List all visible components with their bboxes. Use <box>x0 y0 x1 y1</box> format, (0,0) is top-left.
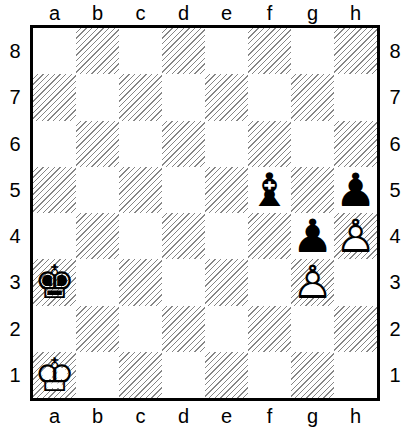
rank-labels-left: 87654321 <box>0 25 30 401</box>
file-label-top-d: d <box>162 3 205 23</box>
square-g3[interactable]: ♟♙ <box>291 259 334 305</box>
rank-label-left-8: 8 <box>9 41 20 61</box>
piece-outline: ♔ <box>33 352 76 398</box>
file-label-bottom-h: h <box>334 406 377 426</box>
piece-outline: ♙ <box>334 213 377 259</box>
rank-label-right-4: 4 <box>389 226 400 246</box>
square-g1[interactable] <box>291 352 334 398</box>
square-c5[interactable] <box>119 167 162 213</box>
square-e6[interactable] <box>205 121 248 167</box>
square-f4[interactable] <box>248 213 291 259</box>
square-h8[interactable] <box>334 28 377 74</box>
file-label-bottom-d: d <box>162 406 205 426</box>
file-label-bottom-b: b <box>76 406 119 426</box>
square-b5[interactable] <box>76 167 119 213</box>
square-b3[interactable] <box>76 259 119 305</box>
piece-outline: ♙ <box>291 259 334 305</box>
square-f5[interactable]: ♝ <box>248 167 291 213</box>
rank-label-right-8: 8 <box>389 41 400 61</box>
square-b2[interactable] <box>76 306 119 352</box>
square-b4[interactable] <box>76 213 119 259</box>
square-c1[interactable] <box>119 352 162 398</box>
file-label-bottom-g: g <box>291 406 334 426</box>
square-e1[interactable] <box>205 352 248 398</box>
square-c2[interactable] <box>119 306 162 352</box>
square-h6[interactable] <box>334 121 377 167</box>
square-d4[interactable] <box>162 213 205 259</box>
rank-label-left-2: 2 <box>9 319 20 339</box>
rank-label-left-4: 4 <box>9 226 20 246</box>
file-label-top-a: a <box>33 3 76 23</box>
square-g8[interactable] <box>291 28 334 74</box>
square-e3[interactable] <box>205 259 248 305</box>
square-c7[interactable] <box>119 74 162 120</box>
square-b8[interactable] <box>76 28 119 74</box>
square-d7[interactable] <box>162 74 205 120</box>
rank-labels-right: 87654321 <box>380 25 410 401</box>
file-label-top-g: g <box>291 3 334 23</box>
square-f7[interactable] <box>248 74 291 120</box>
square-f3[interactable] <box>248 259 291 305</box>
file-label-top-b: b <box>76 3 119 23</box>
square-b1[interactable] <box>76 352 119 398</box>
square-e5[interactable] <box>205 167 248 213</box>
piece-black-pawn[interactable]: ♟ <box>334 167 377 213</box>
rank-label-left-5: 5 <box>9 180 20 200</box>
square-f2[interactable] <box>248 306 291 352</box>
square-b6[interactable] <box>76 121 119 167</box>
square-g7[interactable] <box>291 74 334 120</box>
square-d8[interactable] <box>162 28 205 74</box>
square-c6[interactable] <box>119 121 162 167</box>
file-label-bottom-e: e <box>205 406 248 426</box>
square-d6[interactable] <box>162 121 205 167</box>
square-e2[interactable] <box>205 306 248 352</box>
file-label-bottom-f: f <box>248 406 291 426</box>
piece-white-king[interactable]: ♚♔ <box>33 352 76 398</box>
square-g4[interactable]: ♟ <box>291 213 334 259</box>
file-label-top-e: e <box>205 3 248 23</box>
square-b7[interactable] <box>76 74 119 120</box>
square-g2[interactable] <box>291 306 334 352</box>
rank-label-left-7: 7 <box>9 87 20 107</box>
rank-label-right-3: 3 <box>389 272 400 292</box>
square-h2[interactable] <box>334 306 377 352</box>
square-d2[interactable] <box>162 306 205 352</box>
square-f6[interactable] <box>248 121 291 167</box>
file-label-bottom-a: a <box>33 406 76 426</box>
square-a2[interactable] <box>33 306 76 352</box>
file-label-top-h: h <box>334 3 377 23</box>
square-a3[interactable]: ♚ <box>33 259 76 305</box>
rank-label-right-6: 6 <box>389 134 400 154</box>
rank-label-left-6: 6 <box>9 134 20 154</box>
rank-label-right-5: 5 <box>389 180 400 200</box>
piece-black-bishop[interactable]: ♝ <box>248 167 291 213</box>
square-c8[interactable] <box>119 28 162 74</box>
file-labels-top: abcdefgh <box>30 0 380 25</box>
square-f1[interactable] <box>248 352 291 398</box>
square-a4[interactable] <box>33 213 76 259</box>
square-e7[interactable] <box>205 74 248 120</box>
piece-black-king[interactable]: ♚ <box>33 259 76 305</box>
square-d1[interactable] <box>162 352 205 398</box>
rank-label-left-1: 1 <box>9 365 20 385</box>
square-e8[interactable] <box>205 28 248 74</box>
square-h3[interactable] <box>334 259 377 305</box>
rank-label-right-1: 1 <box>389 365 400 385</box>
square-h1[interactable] <box>334 352 377 398</box>
square-h4[interactable]: ♟♙ <box>334 213 377 259</box>
rank-label-right-7: 7 <box>389 87 400 107</box>
square-h5[interactable]: ♟ <box>334 167 377 213</box>
square-a8[interactable] <box>33 28 76 74</box>
square-a1[interactable]: ♚♔ <box>33 352 76 398</box>
file-label-top-f: f <box>248 3 291 23</box>
square-g6[interactable] <box>291 121 334 167</box>
square-a6[interactable] <box>33 121 76 167</box>
square-c4[interactable] <box>119 213 162 259</box>
square-d3[interactable] <box>162 259 205 305</box>
square-e4[interactable] <box>205 213 248 259</box>
chess-board: ♝♟♟♟♙♚♟♙♚♔ <box>30 25 380 401</box>
square-c3[interactable] <box>119 259 162 305</box>
square-a5[interactable] <box>33 167 76 213</box>
square-d5[interactable] <box>162 167 205 213</box>
rank-label-left-3: 3 <box>9 272 20 292</box>
square-a7[interactable] <box>33 74 76 120</box>
square-f8[interactable] <box>248 28 291 74</box>
piece-black-pawn[interactable]: ♟ <box>291 213 334 259</box>
piece-white-pawn[interactable]: ♟♙ <box>291 259 334 305</box>
rank-label-right-2: 2 <box>389 319 400 339</box>
square-h7[interactable] <box>334 74 377 120</box>
piece-white-pawn[interactable]: ♟♙ <box>334 213 377 259</box>
file-labels-bottom: abcdefgh <box>30 401 380 431</box>
file-label-top-c: c <box>119 3 162 23</box>
file-label-bottom-c: c <box>119 406 162 426</box>
chess-diagram: abcdefgh 87654321 ♝♟♟♟♙♚♟♙♚♔ 87654321 ab… <box>0 0 410 431</box>
square-g5[interactable] <box>291 167 334 213</box>
